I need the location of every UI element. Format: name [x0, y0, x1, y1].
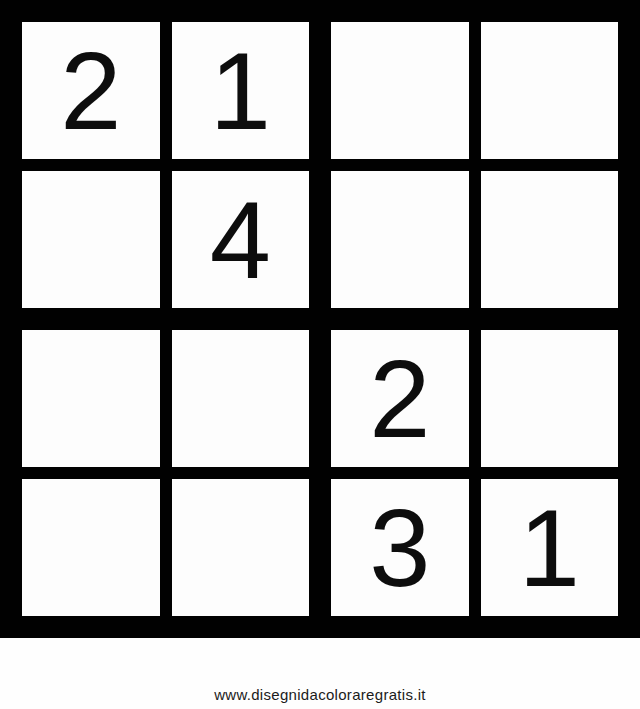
cell-r1c4[interactable]: [481, 22, 619, 159]
cell-r2c3[interactable]: [331, 171, 469, 308]
cell-r1c3[interactable]: [331, 22, 469, 159]
page: 2 1 4 2 3 1 www.disegnidacoloraregratis.…: [0, 0, 640, 709]
sudoku-grid: 2 1 4 2 3 1: [22, 22, 618, 616]
cell-r1c1: 2: [22, 22, 160, 159]
cell-r4c3: 3: [331, 479, 469, 616]
cell-r4c4: 1: [481, 479, 619, 616]
footer: www.disegnidacoloraregratis.it: [0, 638, 640, 709]
cell-r4c1[interactable]: [22, 479, 160, 616]
sudoku-board: 2 1 4 2 3 1: [0, 0, 640, 638]
cell-r3c4[interactable]: [481, 330, 619, 467]
cell-r3c2[interactable]: [172, 330, 310, 467]
cell-r3c1[interactable]: [22, 330, 160, 467]
cell-r3c3: 2: [331, 330, 469, 467]
cell-r2c1[interactable]: [22, 171, 160, 308]
cell-r2c4[interactable]: [481, 171, 619, 308]
watermark: www.disegnidacoloraregratis.it: [214, 686, 426, 703]
cell-r2c2: 4: [172, 171, 310, 308]
cell-r1c2: 1: [172, 22, 310, 159]
cell-r4c2[interactable]: [172, 479, 310, 616]
